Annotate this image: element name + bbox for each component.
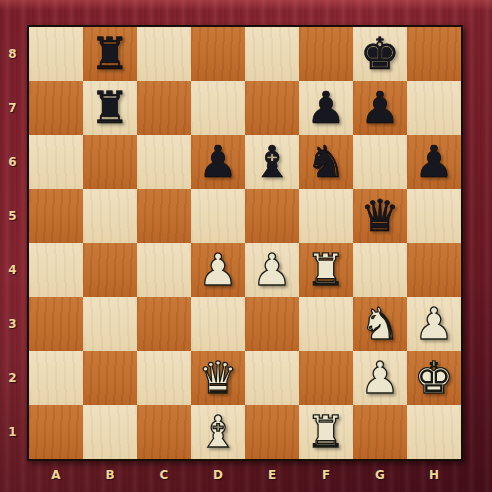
piece-white-rook-f4[interactable]: ♜ (306, 243, 345, 297)
square-d1[interactable]: ♝ (191, 405, 245, 459)
piece-white-bishop-d1[interactable]: ♝ (198, 405, 237, 459)
square-e2[interactable] (245, 351, 299, 405)
square-e4[interactable]: ♟ (245, 243, 299, 297)
file-label-d: D (191, 461, 245, 489)
square-a6[interactable] (29, 135, 83, 189)
piece-white-king-h2[interactable]: ♚ (414, 351, 453, 405)
square-d4[interactable]: ♟ (191, 243, 245, 297)
square-e7[interactable] (245, 81, 299, 135)
piece-black-king-g8[interactable]: ♚ (360, 27, 399, 81)
square-c7[interactable] (137, 81, 191, 135)
square-f3[interactable] (299, 297, 353, 351)
square-d6[interactable]: ♟ (191, 135, 245, 189)
piece-black-pawn-f7[interactable]: ♟ (306, 81, 345, 135)
square-f2[interactable] (299, 351, 353, 405)
square-c8[interactable] (137, 27, 191, 81)
square-c1[interactable] (137, 405, 191, 459)
square-a5[interactable] (29, 189, 83, 243)
square-a7[interactable] (29, 81, 83, 135)
square-b8[interactable]: ♜ (83, 27, 137, 81)
square-d8[interactable] (191, 27, 245, 81)
square-g4[interactable] (353, 243, 407, 297)
square-e3[interactable] (245, 297, 299, 351)
square-e5[interactable] (245, 189, 299, 243)
piece-white-pawn-e4[interactable]: ♟ (252, 243, 291, 297)
square-g5[interactable]: ♛ (353, 189, 407, 243)
square-a4[interactable] (29, 243, 83, 297)
square-a3[interactable] (29, 297, 83, 351)
square-f7[interactable]: ♟ (299, 81, 353, 135)
rank-label-8: 8 (0, 27, 25, 81)
square-e6[interactable]: ♝ (245, 135, 299, 189)
piece-black-queen-g5[interactable]: ♛ (360, 189, 399, 243)
rank-label-2: 2 (0, 351, 25, 405)
piece-white-queen-d2[interactable]: ♛ (198, 351, 237, 405)
square-b4[interactable] (83, 243, 137, 297)
piece-white-rook-f1[interactable]: ♜ (306, 405, 345, 459)
file-label-c: C (137, 461, 191, 489)
square-c4[interactable] (137, 243, 191, 297)
square-g3[interactable]: ♞ (353, 297, 407, 351)
square-g8[interactable]: ♚ (353, 27, 407, 81)
square-d5[interactable] (191, 189, 245, 243)
square-h5[interactable] (407, 189, 461, 243)
square-f4[interactable]: ♜ (299, 243, 353, 297)
square-a8[interactable] (29, 27, 83, 81)
square-e1[interactable] (245, 405, 299, 459)
square-f5[interactable] (299, 189, 353, 243)
square-b2[interactable] (83, 351, 137, 405)
square-d3[interactable] (191, 297, 245, 351)
square-h2[interactable]: ♚ (407, 351, 461, 405)
piece-white-knight-g3[interactable]: ♞ (360, 297, 399, 351)
square-c5[interactable] (137, 189, 191, 243)
rank-label-4: 4 (0, 243, 25, 297)
square-a2[interactable] (29, 351, 83, 405)
square-b5[interactable] (83, 189, 137, 243)
square-c2[interactable] (137, 351, 191, 405)
square-g1[interactable] (353, 405, 407, 459)
rank-label-3: 3 (0, 297, 25, 351)
piece-black-knight-f6[interactable]: ♞ (306, 135, 345, 189)
piece-black-rook-b8[interactable]: ♜ (90, 27, 129, 81)
square-h3[interactable]: ♟ (407, 297, 461, 351)
square-c6[interactable] (137, 135, 191, 189)
file-label-a: A (29, 461, 83, 489)
square-h7[interactable] (407, 81, 461, 135)
rank-label-6: 6 (0, 135, 25, 189)
square-b6[interactable] (83, 135, 137, 189)
square-h6[interactable]: ♟ (407, 135, 461, 189)
chess-app: { "game": "chess", "position": { "fen": … (0, 0, 492, 492)
square-f8[interactable] (299, 27, 353, 81)
file-label-f: F (299, 461, 353, 489)
square-d7[interactable] (191, 81, 245, 135)
square-a1[interactable] (29, 405, 83, 459)
square-d2[interactable]: ♛ (191, 351, 245, 405)
rank-label-5: 5 (0, 189, 25, 243)
file-label-h: H (407, 461, 461, 489)
piece-black-pawn-g7[interactable]: ♟ (360, 81, 399, 135)
square-b3[interactable] (83, 297, 137, 351)
piece-white-pawn-g2[interactable]: ♟ (360, 351, 399, 405)
square-e8[interactable] (245, 27, 299, 81)
piece-black-bishop-e6[interactable]: ♝ (252, 135, 291, 189)
file-label-e: E (245, 461, 299, 489)
chess-board: ♜♚♜♟♟♟♝♞♟♛♟♟♜♞♟♛♟♚♝♜ (27, 25, 463, 461)
piece-black-rook-b7[interactable]: ♜ (90, 81, 129, 135)
square-h1[interactable] (407, 405, 461, 459)
square-f6[interactable]: ♞ (299, 135, 353, 189)
rank-label-7: 7 (0, 81, 25, 135)
square-f1[interactable]: ♜ (299, 405, 353, 459)
square-g2[interactable]: ♟ (353, 351, 407, 405)
piece-black-pawn-h6[interactable]: ♟ (414, 135, 453, 189)
piece-black-pawn-d6[interactable]: ♟ (198, 135, 237, 189)
square-b7[interactable]: ♜ (83, 81, 137, 135)
square-g6[interactable] (353, 135, 407, 189)
file-label-g: G (353, 461, 407, 489)
square-c3[interactable] (137, 297, 191, 351)
square-b1[interactable] (83, 405, 137, 459)
square-h8[interactable] (407, 27, 461, 81)
rank-label-1: 1 (0, 405, 25, 459)
piece-white-pawn-d4[interactable]: ♟ (198, 243, 237, 297)
piece-white-pawn-h3[interactable]: ♟ (414, 297, 453, 351)
file-label-b: B (83, 461, 137, 489)
square-g7[interactable]: ♟ (353, 81, 407, 135)
square-h4[interactable] (407, 243, 461, 297)
